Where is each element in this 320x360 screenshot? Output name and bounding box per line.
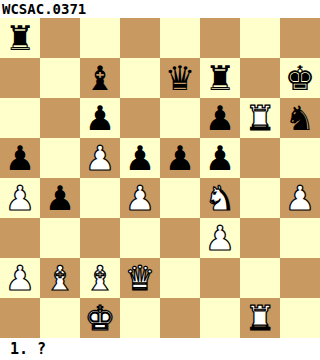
square-e3[interactable] bbox=[160, 218, 200, 258]
square-d7[interactable] bbox=[120, 58, 160, 98]
black-rook: ♜ bbox=[5, 18, 35, 58]
square-c5[interactable]: ♟ bbox=[80, 138, 120, 178]
square-c8[interactable] bbox=[80, 18, 120, 58]
square-e1[interactable] bbox=[160, 298, 200, 338]
square-g7[interactable] bbox=[240, 58, 280, 98]
square-g8[interactable] bbox=[240, 18, 280, 58]
square-a2[interactable]: ♟ bbox=[0, 258, 40, 298]
square-c3[interactable] bbox=[80, 218, 120, 258]
square-e8[interactable] bbox=[160, 18, 200, 58]
white-pawn: ♟ bbox=[85, 138, 115, 178]
puzzle-title: WCSAC.0371 bbox=[0, 0, 320, 18]
square-a3[interactable] bbox=[0, 218, 40, 258]
square-c2[interactable]: ♝ bbox=[80, 258, 120, 298]
square-h5[interactable] bbox=[280, 138, 320, 178]
square-h4[interactable]: ♟ bbox=[280, 178, 320, 218]
chess-board: ♜♝♛♜♚♟♟♜♞♟♟♟♟♟♟♟♟♞♟♟♟♝♝♛♚♜ bbox=[0, 18, 320, 338]
square-b7[interactable] bbox=[40, 58, 80, 98]
square-d3[interactable] bbox=[120, 218, 160, 258]
white-bishop: ♝ bbox=[45, 258, 75, 298]
square-a5[interactable]: ♟ bbox=[0, 138, 40, 178]
white-bishop: ♝ bbox=[85, 258, 115, 298]
square-c1[interactable]: ♚ bbox=[80, 298, 120, 338]
square-c4[interactable] bbox=[80, 178, 120, 218]
white-rook: ♜ bbox=[245, 98, 275, 138]
square-f7[interactable]: ♜ bbox=[200, 58, 240, 98]
square-b1[interactable] bbox=[40, 298, 80, 338]
square-a8[interactable]: ♜ bbox=[0, 18, 40, 58]
square-h1[interactable] bbox=[280, 298, 320, 338]
square-e2[interactable] bbox=[160, 258, 200, 298]
square-f1[interactable] bbox=[200, 298, 240, 338]
square-a7[interactable] bbox=[0, 58, 40, 98]
square-d4[interactable]: ♟ bbox=[120, 178, 160, 218]
black-pawn: ♟ bbox=[5, 138, 35, 178]
black-pawn: ♟ bbox=[205, 98, 235, 138]
square-f2[interactable] bbox=[200, 258, 240, 298]
square-h3[interactable] bbox=[280, 218, 320, 258]
square-d6[interactable] bbox=[120, 98, 160, 138]
square-g6[interactable]: ♜ bbox=[240, 98, 280, 138]
black-king: ♚ bbox=[285, 58, 315, 98]
black-pawn: ♟ bbox=[45, 178, 75, 218]
square-c7[interactable]: ♝ bbox=[80, 58, 120, 98]
square-g5[interactable] bbox=[240, 138, 280, 178]
white-pawn: ♟ bbox=[125, 178, 155, 218]
square-d2[interactable]: ♛ bbox=[120, 258, 160, 298]
white-pawn: ♟ bbox=[205, 218, 235, 258]
square-c6[interactable]: ♟ bbox=[80, 98, 120, 138]
square-f3[interactable]: ♟ bbox=[200, 218, 240, 258]
square-a1[interactable] bbox=[0, 298, 40, 338]
square-a6[interactable] bbox=[0, 98, 40, 138]
white-pawn: ♟ bbox=[285, 178, 315, 218]
square-b3[interactable] bbox=[40, 218, 80, 258]
square-g4[interactable] bbox=[240, 178, 280, 218]
square-h7[interactable]: ♚ bbox=[280, 58, 320, 98]
white-pawn: ♟ bbox=[5, 178, 35, 218]
square-b4[interactable]: ♟ bbox=[40, 178, 80, 218]
black-pawn: ♟ bbox=[165, 138, 195, 178]
square-e5[interactable]: ♟ bbox=[160, 138, 200, 178]
square-b8[interactable] bbox=[40, 18, 80, 58]
square-a4[interactable]: ♟ bbox=[0, 178, 40, 218]
square-f6[interactable]: ♟ bbox=[200, 98, 240, 138]
square-e7[interactable]: ♛ bbox=[160, 58, 200, 98]
square-e6[interactable] bbox=[160, 98, 200, 138]
square-g1[interactable]: ♜ bbox=[240, 298, 280, 338]
black-pawn: ♟ bbox=[85, 98, 115, 138]
black-bishop: ♝ bbox=[85, 58, 115, 98]
white-queen: ♛ bbox=[125, 258, 155, 298]
black-pawn: ♟ bbox=[205, 138, 235, 178]
white-rook: ♜ bbox=[245, 298, 275, 338]
square-f5[interactable]: ♟ bbox=[200, 138, 240, 178]
move-prompt: 1. ? bbox=[0, 338, 320, 360]
white-knight: ♞ bbox=[205, 178, 235, 218]
square-g2[interactable] bbox=[240, 258, 280, 298]
square-d1[interactable] bbox=[120, 298, 160, 338]
square-b2[interactable]: ♝ bbox=[40, 258, 80, 298]
square-h2[interactable] bbox=[280, 258, 320, 298]
black-pawn: ♟ bbox=[125, 138, 155, 178]
square-h8[interactable] bbox=[280, 18, 320, 58]
white-king: ♚ bbox=[85, 298, 115, 338]
square-g3[interactable] bbox=[240, 218, 280, 258]
black-queen: ♛ bbox=[165, 58, 195, 98]
square-f4[interactable]: ♞ bbox=[200, 178, 240, 218]
square-e4[interactable] bbox=[160, 178, 200, 218]
square-f8[interactable] bbox=[200, 18, 240, 58]
black-knight: ♞ bbox=[285, 98, 315, 138]
white-pawn: ♟ bbox=[5, 258, 35, 298]
square-h6[interactable]: ♞ bbox=[280, 98, 320, 138]
square-b6[interactable] bbox=[40, 98, 80, 138]
black-rook: ♜ bbox=[205, 58, 235, 98]
square-b5[interactable] bbox=[40, 138, 80, 178]
square-d5[interactable]: ♟ bbox=[120, 138, 160, 178]
square-d8[interactable] bbox=[120, 18, 160, 58]
